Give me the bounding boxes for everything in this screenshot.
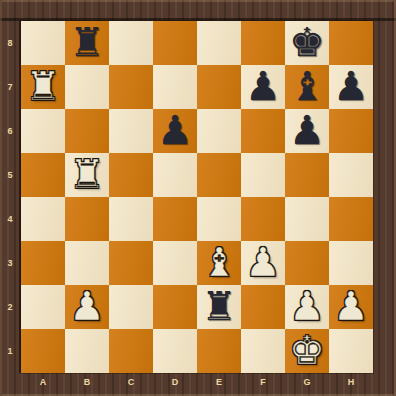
- square-e8[interactable]: [197, 21, 241, 65]
- square-a7[interactable]: ♜: [21, 65, 65, 109]
- square-h2[interactable]: ♟: [329, 285, 373, 329]
- square-a4[interactable]: [21, 197, 65, 241]
- rank-label-1: 1: [0, 329, 20, 373]
- square-b7[interactable]: [65, 65, 109, 109]
- chess-board: ♜♚♜♟♝♟♟♟♜♝♟♟♜♟♟♚: [21, 21, 373, 373]
- square-d4[interactable]: [153, 197, 197, 241]
- square-f2[interactable]: [241, 285, 285, 329]
- square-h3[interactable]: [329, 241, 373, 285]
- square-a2[interactable]: [21, 285, 65, 329]
- file-label-f: F: [241, 373, 285, 391]
- rank-label-8: 8: [0, 21, 20, 65]
- white-rook[interactable]: ♜: [69, 154, 105, 194]
- rank-label-2: 2: [0, 285, 20, 329]
- square-f1[interactable]: [241, 329, 285, 373]
- square-f3[interactable]: ♟: [241, 241, 285, 285]
- rank-label-5: 5: [0, 153, 20, 197]
- black-pawn[interactable]: ♟: [289, 110, 325, 150]
- file-label-d: D: [153, 373, 197, 391]
- file-label-g: G: [285, 373, 329, 391]
- white-pawn[interactable]: ♟: [245, 242, 281, 282]
- square-c1[interactable]: [109, 329, 153, 373]
- square-g3[interactable]: [285, 241, 329, 285]
- square-f6[interactable]: [241, 109, 285, 153]
- square-a5[interactable]: [21, 153, 65, 197]
- white-rook[interactable]: ♜: [25, 66, 61, 106]
- square-c3[interactable]: [109, 241, 153, 285]
- rank-label-7: 7: [0, 65, 20, 109]
- white-bishop[interactable]: ♝: [201, 242, 237, 282]
- square-g7[interactable]: ♝: [285, 65, 329, 109]
- square-b6[interactable]: [65, 109, 109, 153]
- square-c7[interactable]: [109, 65, 153, 109]
- square-d6[interactable]: ♟: [153, 109, 197, 153]
- square-g6[interactable]: ♟: [285, 109, 329, 153]
- square-h7[interactable]: ♟: [329, 65, 373, 109]
- square-e4[interactable]: [197, 197, 241, 241]
- square-e2[interactable]: ♜: [197, 285, 241, 329]
- white-king[interactable]: ♚: [289, 330, 325, 370]
- black-pawn[interactable]: ♟: [245, 66, 281, 106]
- square-b3[interactable]: [65, 241, 109, 285]
- file-label-h: H: [329, 373, 373, 391]
- square-g8[interactable]: ♚: [285, 21, 329, 65]
- square-a1[interactable]: [21, 329, 65, 373]
- square-e5[interactable]: [197, 153, 241, 197]
- black-pawn[interactable]: ♟: [157, 110, 193, 150]
- rank-label-4: 4: [0, 197, 20, 241]
- square-h8[interactable]: [329, 21, 373, 65]
- square-a3[interactable]: [21, 241, 65, 285]
- black-king[interactable]: ♚: [289, 22, 325, 62]
- file-label-e: E: [197, 373, 241, 391]
- square-b8[interactable]: ♜: [65, 21, 109, 65]
- square-a6[interactable]: [21, 109, 65, 153]
- rank-label-3: 3: [0, 241, 20, 285]
- square-f5[interactable]: [241, 153, 285, 197]
- square-h1[interactable]: [329, 329, 373, 373]
- square-f8[interactable]: [241, 21, 285, 65]
- square-d8[interactable]: [153, 21, 197, 65]
- square-h6[interactable]: [329, 109, 373, 153]
- square-d7[interactable]: [153, 65, 197, 109]
- black-rook[interactable]: ♜: [201, 286, 237, 326]
- rank-label-6: 6: [0, 109, 20, 153]
- white-pawn[interactable]: ♟: [289, 286, 325, 326]
- file-label-c: C: [109, 373, 153, 391]
- square-g2[interactable]: ♟: [285, 285, 329, 329]
- black-rook[interactable]: ♜: [69, 22, 105, 62]
- square-b5[interactable]: ♜: [65, 153, 109, 197]
- square-e1[interactable]: [197, 329, 241, 373]
- square-h5[interactable]: [329, 153, 373, 197]
- square-g1[interactable]: ♚: [285, 329, 329, 373]
- square-e6[interactable]: [197, 109, 241, 153]
- file-label-b: B: [65, 373, 109, 391]
- square-c6[interactable]: [109, 109, 153, 153]
- square-c5[interactable]: [109, 153, 153, 197]
- black-pawn[interactable]: ♟: [333, 66, 369, 106]
- file-label-a: A: [21, 373, 65, 391]
- square-d5[interactable]: [153, 153, 197, 197]
- square-e3[interactable]: ♝: [197, 241, 241, 285]
- square-a8[interactable]: [21, 21, 65, 65]
- square-e7[interactable]: [197, 65, 241, 109]
- square-g5[interactable]: [285, 153, 329, 197]
- square-g4[interactable]: [285, 197, 329, 241]
- square-c2[interactable]: [109, 285, 153, 329]
- square-f7[interactable]: ♟: [241, 65, 285, 109]
- square-d1[interactable]: [153, 329, 197, 373]
- square-d3[interactable]: [153, 241, 197, 285]
- square-b1[interactable]: [65, 329, 109, 373]
- square-h4[interactable]: [329, 197, 373, 241]
- square-b4[interactable]: [65, 197, 109, 241]
- square-c4[interactable]: [109, 197, 153, 241]
- square-d2[interactable]: [153, 285, 197, 329]
- square-f4[interactable]: [241, 197, 285, 241]
- white-pawn[interactable]: ♟: [69, 286, 105, 326]
- black-bishop[interactable]: ♝: [289, 66, 325, 106]
- square-c8[interactable]: [109, 21, 153, 65]
- square-b2[interactable]: ♟: [65, 285, 109, 329]
- board-frame: ♜♚♜♟♝♟♟♟♜♝♟♟♜♟♟♚ 87654321 ABCDEFGH: [0, 0, 396, 396]
- white-pawn[interactable]: ♟: [333, 286, 369, 326]
